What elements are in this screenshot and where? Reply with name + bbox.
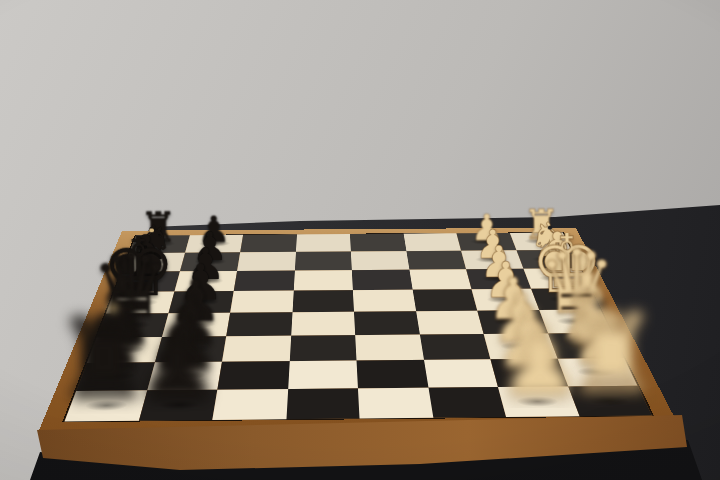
square-d1: ♛	[539, 310, 612, 334]
square-a8: ♜	[64, 390, 146, 421]
square-b6	[217, 361, 289, 389]
square-e3	[412, 289, 477, 311]
square-d4	[354, 311, 419, 335]
square-e8: ♚	[106, 291, 174, 313]
square-b7: ♟	[147, 362, 222, 390]
square-f7: ♟	[174, 271, 237, 292]
square-d5	[291, 312, 355, 336]
square-c3	[419, 334, 490, 360]
square-h4	[350, 234, 406, 252]
square-c2: ♟	[484, 333, 558, 359]
square-f2: ♟	[466, 269, 531, 289]
square-g7: ♟	[180, 252, 241, 271]
square-g5	[295, 251, 352, 270]
square-f5	[293, 270, 352, 290]
square-g4	[351, 251, 409, 270]
square-a4	[358, 388, 433, 419]
square-g3	[406, 251, 466, 270]
square-h1: ♜	[510, 233, 571, 251]
square-d7: ♟	[162, 313, 231, 337]
black-pawn-h7: ♟	[187, 195, 240, 247]
square-h2: ♟	[456, 233, 516, 251]
square-g6	[237, 252, 295, 271]
square-c4	[355, 335, 423, 361]
square-a1: ♜	[568, 386, 652, 417]
square-c8: ♝	[87, 337, 162, 363]
square-a6	[212, 389, 287, 420]
square-a7: ♟	[138, 389, 217, 420]
square-f3	[409, 269, 472, 289]
square-b5	[288, 360, 358, 388]
square-a2: ♟	[498, 386, 579, 417]
square-g8: ♞	[122, 253, 185, 272]
square-e7: ♟	[168, 291, 234, 313]
square-b4	[357, 360, 429, 388]
square-g2: ♟	[461, 250, 523, 269]
square-c6	[222, 336, 291, 362]
chess-board: ♜♟♟♜♞♟♟♞♝♟♟♝♚♟♟♚♛♟♟♛♝♟♟♝♞♟♟♞♜♟♟♜	[39, 228, 679, 432]
square-c7: ♟	[155, 336, 227, 362]
photo-scene: ♜♟♟♜♞♟♟♞♝♟♟♝♚♟♟♚♛♟♟♛♝♟♟♝♞♟♟♞♜♟♟♜	[0, 0, 720, 480]
square-e5	[292, 290, 354, 312]
black-rook-h8: ♜	[132, 196, 185, 248]
square-f6	[234, 270, 295, 291]
square-f8: ♝	[114, 271, 179, 292]
square-h7: ♟	[185, 235, 243, 253]
square-h5	[296, 234, 351, 252]
square-h6	[240, 234, 296, 252]
square-d6	[226, 312, 292, 336]
square-b8: ♞	[76, 362, 154, 391]
square-e2: ♟	[472, 289, 539, 311]
square-b3	[424, 359, 498, 387]
square-g1: ♞	[516, 250, 580, 269]
square-b2: ♟	[490, 359, 567, 387]
square-h3	[403, 233, 461, 251]
square-b1: ♞	[557, 358, 637, 386]
square-c5	[289, 335, 356, 361]
square-e1: ♚	[531, 288, 601, 310]
square-d2: ♟	[477, 310, 547, 334]
square-e6	[230, 291, 293, 313]
square-e4	[353, 290, 416, 312]
square-f1: ♝	[523, 268, 590, 288]
white-pawn-icon: ♟	[470, 209, 503, 245]
square-h8: ♜	[129, 235, 189, 253]
black-pawn-icon: ♟	[197, 211, 230, 248]
square-d8: ♛	[97, 313, 168, 337]
square-d3	[416, 311, 484, 335]
square-a5	[286, 388, 360, 419]
square-f4	[352, 270, 412, 290]
board-grid: ♜♟♟♜♞♟♟♞♝♟♟♝♚♟♟♚♛♟♟♛♝♟♟♝♞♟♟♞♜♟♟♜	[62, 232, 654, 422]
square-a3	[428, 387, 506, 418]
square-c1: ♝	[548, 333, 624, 359]
